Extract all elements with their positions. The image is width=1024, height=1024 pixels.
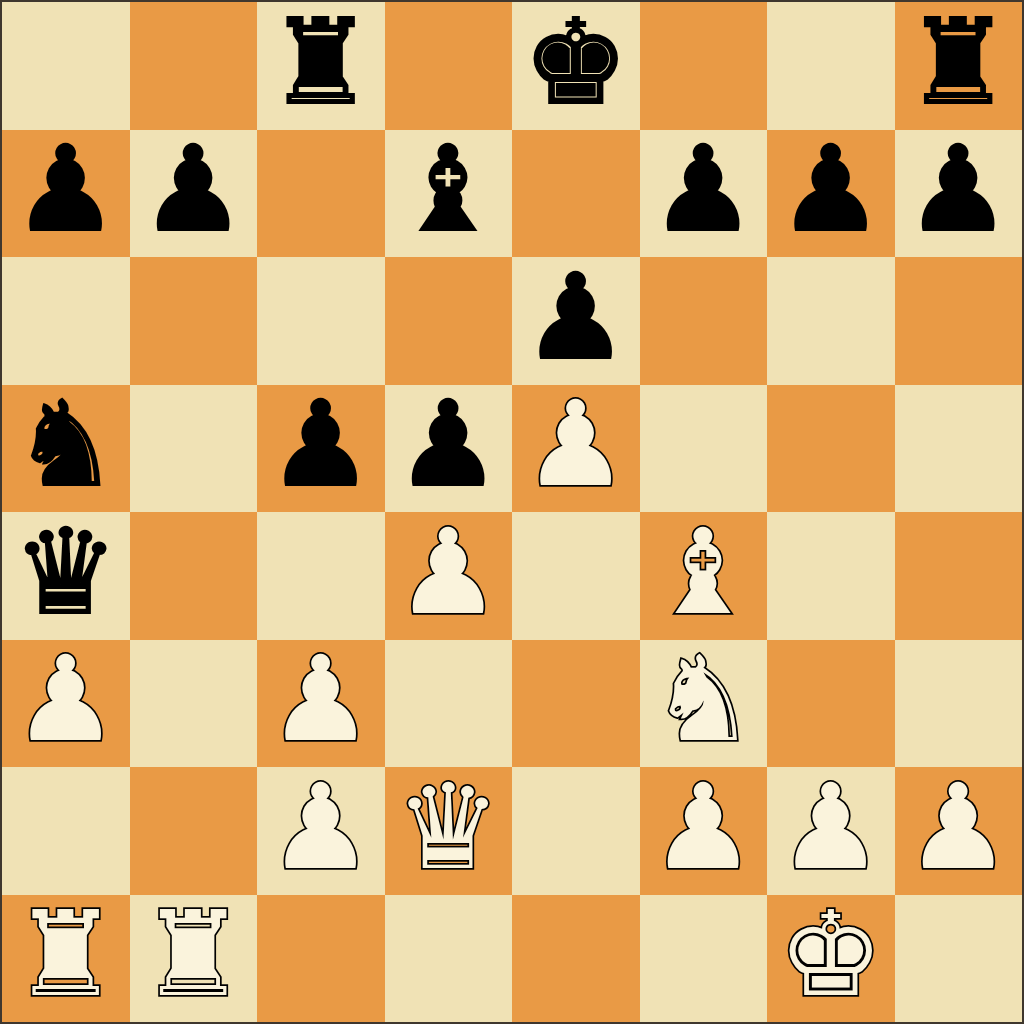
square-d5[interactable]: ♟ bbox=[385, 385, 513, 513]
square-f3[interactable]: ♞ bbox=[640, 640, 768, 768]
square-c7[interactable] bbox=[257, 130, 385, 258]
square-f6[interactable] bbox=[640, 257, 768, 385]
black-pawn[interactable]: ♟ bbox=[268, 385, 374, 503]
square-e7[interactable] bbox=[512, 130, 640, 258]
black-pawn[interactable]: ♟ bbox=[778, 130, 884, 248]
white-pawn[interactable]: ♟ bbox=[268, 768, 374, 886]
square-h1[interactable] bbox=[895, 895, 1023, 1023]
square-d7[interactable]: ♝ bbox=[385, 130, 513, 258]
square-g6[interactable] bbox=[767, 257, 895, 385]
square-a6[interactable] bbox=[2, 257, 130, 385]
square-g8[interactable] bbox=[767, 2, 895, 130]
square-h8[interactable]: ♜ bbox=[895, 2, 1023, 130]
square-b3[interactable] bbox=[130, 640, 258, 768]
square-f1[interactable] bbox=[640, 895, 768, 1023]
square-a8[interactable] bbox=[2, 2, 130, 130]
square-b5[interactable] bbox=[130, 385, 258, 513]
square-f5[interactable] bbox=[640, 385, 768, 513]
square-e3[interactable] bbox=[512, 640, 640, 768]
square-h5[interactable] bbox=[895, 385, 1023, 513]
square-h7[interactable]: ♟ bbox=[895, 130, 1023, 258]
square-g2[interactable]: ♟ bbox=[767, 767, 895, 895]
square-c6[interactable] bbox=[257, 257, 385, 385]
black-knight[interactable]: ♞ bbox=[13, 385, 119, 503]
square-g3[interactable] bbox=[767, 640, 895, 768]
white-pawn[interactable]: ♟ bbox=[778, 768, 884, 886]
black-pawn[interactable]: ♟ bbox=[905, 130, 1011, 248]
white-pawn[interactable]: ♟ bbox=[268, 640, 374, 758]
white-pawn[interactable]: ♟ bbox=[650, 768, 756, 886]
black-pawn[interactable]: ♟ bbox=[395, 385, 501, 503]
square-b7[interactable]: ♟ bbox=[130, 130, 258, 258]
square-d2[interactable]: ♛ bbox=[385, 767, 513, 895]
square-d1[interactable] bbox=[385, 895, 513, 1023]
square-b1[interactable]: ♜ bbox=[130, 895, 258, 1023]
black-king[interactable]: ♚ bbox=[523, 3, 629, 121]
square-e1[interactable] bbox=[512, 895, 640, 1023]
square-b2[interactable] bbox=[130, 767, 258, 895]
black-queen[interactable]: ♛ bbox=[13, 513, 119, 631]
black-pawn[interactable]: ♟ bbox=[523, 258, 629, 376]
square-a2[interactable] bbox=[2, 767, 130, 895]
square-f8[interactable] bbox=[640, 2, 768, 130]
square-e5[interactable]: ♟ bbox=[512, 385, 640, 513]
black-pawn[interactable]: ♟ bbox=[140, 130, 246, 248]
white-bishop[interactable]: ♝ bbox=[650, 513, 756, 631]
white-pawn[interactable]: ♟ bbox=[905, 768, 1011, 886]
square-c2[interactable]: ♟ bbox=[257, 767, 385, 895]
black-rook[interactable]: ♜ bbox=[268, 3, 374, 121]
square-f7[interactable]: ♟ bbox=[640, 130, 768, 258]
white-pawn[interactable]: ♟ bbox=[13, 640, 119, 758]
white-rook[interactable]: ♜ bbox=[13, 895, 119, 1013]
square-b8[interactable] bbox=[130, 2, 258, 130]
square-f2[interactable]: ♟ bbox=[640, 767, 768, 895]
square-e8[interactable]: ♚ bbox=[512, 2, 640, 130]
square-h2[interactable]: ♟ bbox=[895, 767, 1023, 895]
square-c3[interactable]: ♟ bbox=[257, 640, 385, 768]
square-c5[interactable]: ♟ bbox=[257, 385, 385, 513]
black-pawn[interactable]: ♟ bbox=[650, 130, 756, 248]
square-g1[interactable]: ♚ bbox=[767, 895, 895, 1023]
square-d6[interactable] bbox=[385, 257, 513, 385]
square-e6[interactable]: ♟ bbox=[512, 257, 640, 385]
square-h4[interactable] bbox=[895, 512, 1023, 640]
square-h3[interactable] bbox=[895, 640, 1023, 768]
black-rook[interactable]: ♜ bbox=[905, 3, 1011, 121]
square-a1[interactable]: ♜ bbox=[2, 895, 130, 1023]
chess-board: ♜♚♜♟♟♝♟♟♟♟♞♟♟♟♛♟♝♟♟♞♟♛♟♟♟♜♜♚ bbox=[2, 2, 1022, 1022]
square-c8[interactable]: ♜ bbox=[257, 2, 385, 130]
white-knight[interactable]: ♞ bbox=[650, 640, 756, 758]
square-a3[interactable]: ♟ bbox=[2, 640, 130, 768]
square-b4[interactable] bbox=[130, 512, 258, 640]
board-frame: ♜♚♜♟♟♝♟♟♟♟♞♟♟♟♛♟♝♟♟♞♟♛♟♟♟♜♜♚ bbox=[0, 0, 1024, 1024]
square-d3[interactable] bbox=[385, 640, 513, 768]
square-g5[interactable] bbox=[767, 385, 895, 513]
white-king[interactable]: ♚ bbox=[778, 895, 884, 1013]
white-pawn[interactable]: ♟ bbox=[523, 385, 629, 503]
square-a7[interactable]: ♟ bbox=[2, 130, 130, 258]
square-b6[interactable] bbox=[130, 257, 258, 385]
square-g7[interactable]: ♟ bbox=[767, 130, 895, 258]
square-a4[interactable]: ♛ bbox=[2, 512, 130, 640]
white-queen[interactable]: ♛ bbox=[395, 768, 501, 886]
square-d8[interactable] bbox=[385, 2, 513, 130]
black-bishop[interactable]: ♝ bbox=[395, 130, 501, 248]
white-rook[interactable]: ♜ bbox=[140, 895, 246, 1013]
black-pawn[interactable]: ♟ bbox=[13, 130, 119, 248]
square-c1[interactable] bbox=[257, 895, 385, 1023]
square-d4[interactable]: ♟ bbox=[385, 512, 513, 640]
white-pawn[interactable]: ♟ bbox=[395, 513, 501, 631]
square-g4[interactable] bbox=[767, 512, 895, 640]
square-a5[interactable]: ♞ bbox=[2, 385, 130, 513]
square-f4[interactable]: ♝ bbox=[640, 512, 768, 640]
square-h6[interactable] bbox=[895, 257, 1023, 385]
square-c4[interactable] bbox=[257, 512, 385, 640]
square-e2[interactable] bbox=[512, 767, 640, 895]
square-e4[interactable] bbox=[512, 512, 640, 640]
